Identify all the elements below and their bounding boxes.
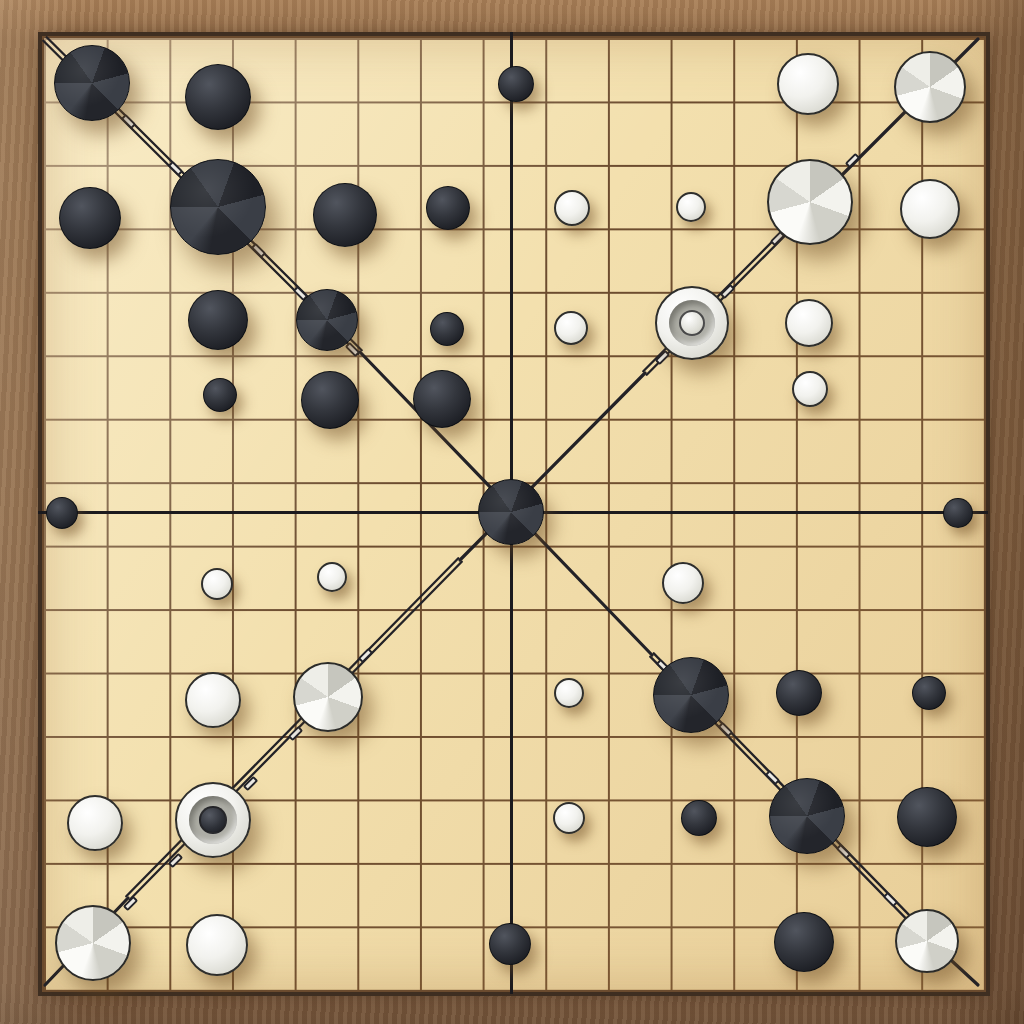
goban-frame xyxy=(0,0,1024,1024)
stone-black-round[interactable] xyxy=(489,923,531,965)
stone-black-round[interactable] xyxy=(188,290,248,350)
stone-black-round[interactable] xyxy=(426,186,470,230)
stone-white-round[interactable] xyxy=(201,568,233,600)
stone-black-round[interactable] xyxy=(430,312,464,346)
stone-black-faceted[interactable] xyxy=(54,45,130,121)
stone-black-round[interactable] xyxy=(897,787,957,847)
stone-white-round[interactable] xyxy=(777,53,839,115)
ring-piece-core xyxy=(199,806,226,833)
stone-black-round[interactable] xyxy=(943,498,973,528)
stone-black-round[interactable] xyxy=(203,378,237,412)
stone-white-faceted[interactable] xyxy=(293,662,363,732)
stone-white-round[interactable] xyxy=(67,795,123,851)
stone-black-round[interactable] xyxy=(185,64,251,130)
stone-black-faceted[interactable] xyxy=(170,159,266,255)
stone-white-round[interactable] xyxy=(792,371,828,407)
stone-white-round[interactable] xyxy=(785,299,833,347)
stone-white-round[interactable] xyxy=(185,672,241,728)
stone-black-round[interactable] xyxy=(776,670,822,716)
stone-white-faceted[interactable] xyxy=(895,909,959,973)
stone-black-faceted[interactable] xyxy=(653,657,729,733)
stone-white-round[interactable] xyxy=(554,678,584,708)
stone-black-round[interactable] xyxy=(46,497,78,529)
stone-white-round[interactable] xyxy=(900,179,960,239)
stone-white-round[interactable] xyxy=(554,190,590,226)
stone-white-round[interactable] xyxy=(676,192,706,222)
stone-black-faceted[interactable] xyxy=(296,289,358,351)
stone-white-round[interactable] xyxy=(317,562,347,592)
stone-white-round[interactable] xyxy=(554,311,588,345)
stone-black-round[interactable] xyxy=(59,187,121,249)
stone-white-round[interactable] xyxy=(553,802,585,834)
stone-black-round[interactable] xyxy=(774,912,834,972)
stone-black-faceted[interactable] xyxy=(769,778,845,854)
stone-black-round[interactable] xyxy=(498,66,534,102)
stone-black-faceted[interactable] xyxy=(478,479,544,545)
stone-ring-light[interactable] xyxy=(655,286,729,360)
stone-black-round[interactable] xyxy=(681,800,717,836)
stone-white-round[interactable] xyxy=(662,562,704,604)
stone-white-faceted[interactable] xyxy=(894,51,966,123)
stone-black-round[interactable] xyxy=(301,371,359,429)
stone-white-faceted[interactable] xyxy=(767,159,853,245)
stone-white-round[interactable] xyxy=(186,914,248,976)
stone-ring-dark[interactable] xyxy=(175,782,251,858)
stone-black-round[interactable] xyxy=(912,676,946,710)
stone-black-round[interactable] xyxy=(413,370,471,428)
stone-black-round[interactable] xyxy=(313,183,377,247)
stone-white-faceted[interactable] xyxy=(55,905,131,981)
